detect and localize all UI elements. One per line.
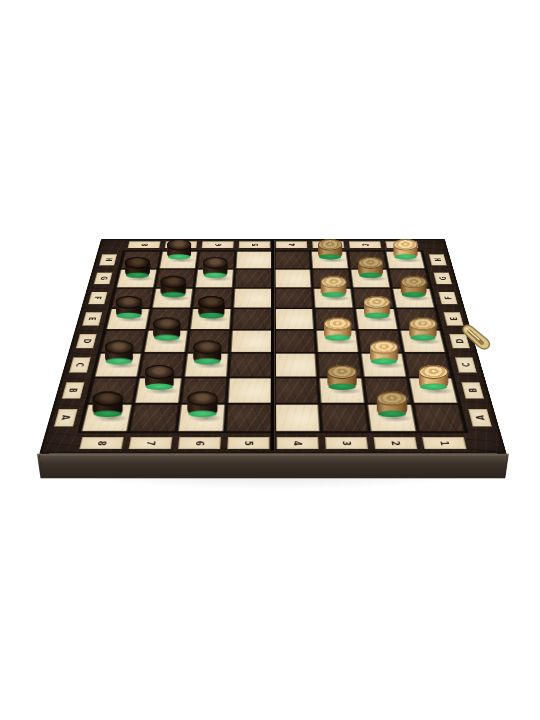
square-C4[interactable] [273,353,318,378]
piece-dark-A6[interactable] [187,391,217,417]
piece-light-F1[interactable] [400,276,426,298]
piece-light-G2[interactable] [358,257,383,278]
piece-light-D1[interactable] [409,317,436,340]
piece-dark-E6[interactable] [198,296,225,319]
piece-dark-E8[interactable] [115,296,142,319]
square-F4[interactable] [273,288,314,308]
square-G4[interactable] [273,269,312,288]
square-B4[interactable] [273,377,320,403]
piece-light-H3[interactable] [317,239,341,260]
square-A3[interactable] [320,404,370,432]
coordinate-label-6: 6 [174,437,224,449]
square-E5[interactable] [231,308,273,330]
piece-light-A2[interactable] [376,391,406,417]
piece-dark-G8[interactable] [124,257,149,278]
piece-dark-C8[interactable] [104,340,132,364]
square-A7[interactable] [128,404,180,432]
piece-dark-B7[interactable] [144,365,173,390]
piece-light-C2[interactable] [369,340,397,364]
coordinate-label-7: 7 [125,437,176,449]
piece-dark-H7[interactable] [167,239,191,260]
square-H4[interactable] [273,251,311,269]
square-C5[interactable] [228,353,273,378]
piece-dark-A8[interactable] [92,391,122,417]
piece-light-E2[interactable] [363,296,390,319]
brass-clasp-icon [458,322,496,362]
piece-dark-F7[interactable] [160,276,186,298]
piece-light-H1[interactable] [393,239,417,260]
coordinate-label-4: 4 [273,437,322,449]
checkers-board: 87654321 87654321 HGFEDCBA HGFEDCBA [39,239,506,454]
piece-dark-D7[interactable] [153,317,180,340]
square-E4[interactable] [273,308,315,330]
square-D4[interactable] [273,330,316,353]
board-front-edge [37,454,509,479]
piece-dark-G6[interactable] [202,257,227,278]
fold-seam [270,240,276,451]
coordinate-label-2: 2 [370,437,421,449]
square-B5[interactable] [226,377,273,403]
coordinate-label-5: 5 [224,437,273,449]
coordinate-label-5: 5 [236,241,273,248]
coordinate-label-6: 6 [199,241,236,248]
coordinate-label-8: 8 [76,437,128,449]
coordinate-label-4: 4 [273,241,310,248]
coordinate-label-1: 1 [419,437,471,449]
square-A1[interactable] [413,404,466,432]
coordinate-label-8: 8 [125,241,163,248]
piece-light-B1[interactable] [418,365,447,390]
square-A5[interactable] [225,404,273,432]
square-D5[interactable] [230,330,273,353]
piece-light-D3[interactable] [323,317,350,340]
coordinate-label-3: 3 [322,437,372,449]
square-A4[interactable] [273,404,321,432]
piece-dark-C6[interactable] [193,340,221,364]
piece-light-B3[interactable] [327,365,356,390]
square-H5[interactable] [235,251,273,269]
square-G5[interactable] [234,269,273,288]
product-photo-scene: 87654321 87654321 HGFEDCBA HGFEDCBA [0,0,540,720]
coordinate-label-2: 2 [346,241,384,248]
square-F5[interactable] [232,288,273,308]
piece-light-F3[interactable] [320,276,346,298]
